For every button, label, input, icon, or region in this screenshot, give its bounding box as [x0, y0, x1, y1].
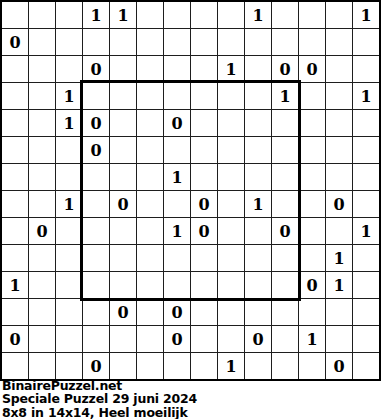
cell-r8c5[interactable]	[137, 218, 163, 244]
cell-r3c4[interactable]	[110, 83, 136, 109]
cell-r13c13[interactable]	[353, 353, 379, 379]
cell-r12c6: 0	[164, 326, 190, 352]
cell-r2c5[interactable]	[137, 56, 163, 82]
cell-r7c11[interactable]	[299, 191, 325, 217]
cell-r13c4[interactable]	[110, 353, 136, 379]
cell-r6c10[interactable]	[272, 164, 298, 190]
cell-r8c1: 0	[29, 218, 55, 244]
cell-r8c9[interactable]	[245, 218, 271, 244]
cell-r5c9[interactable]	[245, 137, 271, 163]
cell-r13c12: 0	[326, 353, 352, 379]
cell-r12c13[interactable]	[353, 326, 379, 352]
cell-r4c3: 0	[83, 110, 109, 136]
cell-r4c8[interactable]	[218, 110, 244, 136]
cell-r9c1[interactable]	[29, 245, 55, 271]
cell-r5c1[interactable]	[29, 137, 55, 163]
cell-r10c8[interactable]	[218, 272, 244, 298]
cell-r3c2: 1	[56, 83, 82, 109]
cell-r5c2[interactable]	[56, 137, 82, 163]
cell-r6c11[interactable]	[299, 164, 325, 190]
board-area: 1111001001111000110010010011101000001010	[0, 0, 381, 381]
cell-r3c12[interactable]	[326, 83, 352, 109]
cell-r9c12: 1	[326, 245, 352, 271]
cell-r11c3[interactable]	[83, 299, 109, 325]
cell-r8c3[interactable]	[83, 218, 109, 244]
cell-r5c11[interactable]	[299, 137, 325, 163]
cell-r0c9: 1	[245, 2, 271, 28]
cell-r3c6[interactable]	[164, 83, 190, 109]
cell-r8c2[interactable]	[56, 218, 82, 244]
cell-r0c1[interactable]	[29, 2, 55, 28]
cell-r11c6: 0	[164, 299, 190, 325]
cell-r1c10[interactable]	[272, 29, 298, 55]
cell-r9c7[interactable]	[191, 245, 217, 271]
cell-r13c7[interactable]	[191, 353, 217, 379]
footer: BinairePuzzel.net Speciale Puzzel 29 jun…	[2, 379, 379, 419]
cell-r5c8[interactable]	[218, 137, 244, 163]
cell-r0c13: 1	[353, 2, 379, 28]
cell-r12c5[interactable]	[137, 326, 163, 352]
cell-r12c3[interactable]	[83, 326, 109, 352]
cell-r11c12[interactable]	[326, 299, 352, 325]
cell-r4c13[interactable]	[353, 110, 379, 136]
puzzle-grid: 1111001001111000110010010011101000001010	[0, 0, 381, 381]
cell-r2c0[interactable]	[2, 56, 28, 82]
cell-r6c0[interactable]	[2, 164, 28, 190]
cell-r5c13[interactable]	[353, 137, 379, 163]
cell-r12c9: 0	[245, 326, 271, 352]
cell-r9c0[interactable]	[2, 245, 28, 271]
cell-r6c1[interactable]	[29, 164, 55, 190]
cell-r7c5[interactable]	[137, 191, 163, 217]
cell-r12c12[interactable]	[326, 326, 352, 352]
site-name: BinairePuzzel.net	[2, 379, 379, 392]
cell-r3c5[interactable]	[137, 83, 163, 109]
cell-r1c9[interactable]	[245, 29, 271, 55]
cell-r8c4[interactable]	[110, 218, 136, 244]
cell-r9c11[interactable]	[299, 245, 325, 271]
cell-r1c6[interactable]	[164, 29, 190, 55]
cell-r4c12[interactable]	[326, 110, 352, 136]
cell-r4c6: 0	[164, 110, 190, 136]
cell-r2c11: 0	[299, 56, 325, 82]
cell-r2c7[interactable]	[191, 56, 217, 82]
cell-r7c12: 0	[326, 191, 352, 217]
cell-r4c4[interactable]	[110, 110, 136, 136]
cell-r13c0[interactable]	[2, 353, 28, 379]
cell-r6c4[interactable]	[110, 164, 136, 190]
cell-r2c9[interactable]	[245, 56, 271, 82]
cell-r8c6: 1	[164, 218, 190, 244]
cell-r2c10: 0	[272, 56, 298, 82]
cell-r2c12[interactable]	[326, 56, 352, 82]
cell-r9c13[interactable]	[353, 245, 379, 271]
cell-r12c7[interactable]	[191, 326, 217, 352]
cell-r13c8: 1	[218, 353, 244, 379]
cell-r12c10[interactable]	[272, 326, 298, 352]
cell-r1c1[interactable]	[29, 29, 55, 55]
cell-r6c12[interactable]	[326, 164, 352, 190]
cell-r8c7: 0	[191, 218, 217, 244]
cell-r10c1[interactable]	[29, 272, 55, 298]
cell-r1c11[interactable]	[299, 29, 325, 55]
cell-r10c11: 0	[299, 272, 325, 298]
cell-r1c4[interactable]	[110, 29, 136, 55]
cell-r5c0[interactable]	[2, 137, 28, 163]
cell-r5c4[interactable]	[110, 137, 136, 163]
puzzle-subtitle: 8x8 in 14x14, Heel moeilijk	[2, 406, 379, 419]
cell-r12c4[interactable]	[110, 326, 136, 352]
cell-r6c3[interactable]	[83, 164, 109, 190]
cell-r7c3[interactable]	[83, 191, 109, 217]
cell-r4c0[interactable]	[2, 110, 28, 136]
cell-r9c6[interactable]	[164, 245, 190, 271]
cell-r6c6: 1	[164, 164, 190, 190]
cell-r0c5[interactable]	[137, 2, 163, 28]
cell-r5c5[interactable]	[137, 137, 163, 163]
cell-r5c10[interactable]	[272, 137, 298, 163]
cell-r7c9: 1	[245, 191, 271, 217]
cell-r2c2[interactable]	[56, 56, 82, 82]
cell-r1c8[interactable]	[218, 29, 244, 55]
cell-r2c13[interactable]	[353, 56, 379, 82]
cell-r8c13: 1	[353, 218, 379, 244]
cell-r8c11[interactable]	[299, 218, 325, 244]
cell-r3c7[interactable]	[191, 83, 217, 109]
cell-r11c5[interactable]	[137, 299, 163, 325]
cell-r10c4[interactable]	[110, 272, 136, 298]
cell-r3c8[interactable]	[218, 83, 244, 109]
cell-r3c0[interactable]	[2, 83, 28, 109]
cell-r9c2[interactable]	[56, 245, 82, 271]
cell-r13c6[interactable]	[164, 353, 190, 379]
cell-r11c10[interactable]	[272, 299, 298, 325]
cell-r10c2[interactable]	[56, 272, 82, 298]
cell-r12c1[interactable]	[29, 326, 55, 352]
cell-r11c0[interactable]	[2, 299, 28, 325]
cell-r12c2[interactable]	[56, 326, 82, 352]
cell-r13c2[interactable]	[56, 353, 82, 379]
cell-r4c5[interactable]	[137, 110, 163, 136]
cell-r5c12[interactable]	[326, 137, 352, 163]
cell-r9c3[interactable]	[83, 245, 109, 271]
cell-r3c9[interactable]	[245, 83, 271, 109]
cell-r8c12[interactable]	[326, 218, 352, 244]
cell-r4c2: 1	[56, 110, 82, 136]
cell-r2c8: 1	[218, 56, 244, 82]
cell-r3c3[interactable]	[83, 83, 109, 109]
cell-r6c13[interactable]	[353, 164, 379, 190]
cell-r6c5[interactable]	[137, 164, 163, 190]
cell-r6c8[interactable]	[218, 164, 244, 190]
cell-r0c10[interactable]	[272, 2, 298, 28]
cell-r2c6[interactable]	[164, 56, 190, 82]
cell-r9c9[interactable]	[245, 245, 271, 271]
cell-r11c7[interactable]	[191, 299, 217, 325]
cell-r6c9[interactable]	[245, 164, 271, 190]
cell-r7c8[interactable]	[218, 191, 244, 217]
cell-r10c13[interactable]	[353, 272, 379, 298]
cell-r1c3[interactable]	[83, 29, 109, 55]
cell-r0c7[interactable]	[191, 2, 217, 28]
cell-r2c3: 0	[83, 56, 109, 82]
cell-r2c4[interactable]	[110, 56, 136, 82]
cell-r11c11[interactable]	[299, 299, 325, 325]
cell-r13c1[interactable]	[29, 353, 55, 379]
cell-r5c3: 0	[83, 137, 109, 163]
cell-r10c9[interactable]	[245, 272, 271, 298]
cell-r12c0: 0	[2, 326, 28, 352]
cell-r1c5[interactable]	[137, 29, 163, 55]
cell-r4c1[interactable]	[29, 110, 55, 136]
cell-r11c4: 0	[110, 299, 136, 325]
cell-r7c13[interactable]	[353, 191, 379, 217]
cell-r10c5[interactable]	[137, 272, 163, 298]
cell-r5c6[interactable]	[164, 137, 190, 163]
puzzle-title: Speciale Puzzel 29 juni 2024	[2, 392, 379, 405]
cell-r2c1[interactable]	[29, 56, 55, 82]
cell-r1c7[interactable]	[191, 29, 217, 55]
cell-r9c10[interactable]	[272, 245, 298, 271]
cell-r8c0[interactable]	[2, 218, 28, 244]
cell-r13c9[interactable]	[245, 353, 271, 379]
cell-r10c3[interactable]	[83, 272, 109, 298]
cell-r8c10: 0	[272, 218, 298, 244]
cell-r11c2[interactable]	[56, 299, 82, 325]
cell-r0c11[interactable]	[299, 2, 325, 28]
cell-r12c11: 1	[299, 326, 325, 352]
cell-r12c8[interactable]	[218, 326, 244, 352]
cell-r9c4[interactable]	[110, 245, 136, 271]
cell-r11c9[interactable]	[245, 299, 271, 325]
cell-r10c6[interactable]	[164, 272, 190, 298]
cell-r6c2[interactable]	[56, 164, 82, 190]
cell-r8c8[interactable]	[218, 218, 244, 244]
cell-r0c12[interactable]	[326, 2, 352, 28]
cell-r0c0[interactable]	[2, 2, 28, 28]
cell-r10c10[interactable]	[272, 272, 298, 298]
cell-r7c4: 0	[110, 191, 136, 217]
cell-r13c5[interactable]	[137, 353, 163, 379]
cell-r6c7[interactable]	[191, 164, 217, 190]
cell-r13c10[interactable]	[272, 353, 298, 379]
cell-r11c1[interactable]	[29, 299, 55, 325]
cell-r1c12[interactable]	[326, 29, 352, 55]
cell-r3c11[interactable]	[299, 83, 325, 109]
cell-r4c11[interactable]	[299, 110, 325, 136]
cell-r7c2: 1	[56, 191, 82, 217]
cell-r7c1[interactable]	[29, 191, 55, 217]
cell-r7c6[interactable]	[164, 191, 190, 217]
cell-r9c5[interactable]	[137, 245, 163, 271]
cell-r10c12: 1	[326, 272, 352, 298]
cell-r11c13[interactable]	[353, 299, 379, 325]
cell-r4c10[interactable]	[272, 110, 298, 136]
cell-r11c8[interactable]	[218, 299, 244, 325]
cell-r0c3: 1	[83, 2, 109, 28]
cell-r1c2[interactable]	[56, 29, 82, 55]
cell-r13c3: 0	[83, 353, 109, 379]
cell-r10c0: 1	[2, 272, 28, 298]
cell-r0c8[interactable]	[218, 2, 244, 28]
cell-r7c10[interactable]	[272, 191, 298, 217]
cell-r9c8[interactable]	[218, 245, 244, 271]
cell-r3c1[interactable]	[29, 83, 55, 109]
cell-r0c4: 1	[110, 2, 136, 28]
cell-r10c7[interactable]	[191, 272, 217, 298]
cell-r13c11[interactable]	[299, 353, 325, 379]
cell-r0c2[interactable]	[56, 2, 82, 28]
cell-r7c7: 0	[191, 191, 217, 217]
cell-r7c0[interactable]	[2, 191, 28, 217]
puzzle-page: 1111001001111000110010010011101000001010…	[0, 0, 381, 419]
cell-r1c13[interactable]	[353, 29, 379, 55]
cell-r4c9[interactable]	[245, 110, 271, 136]
cell-r5c7[interactable]	[191, 137, 217, 163]
cell-r4c7[interactable]	[191, 110, 217, 136]
cell-r0c6[interactable]	[164, 2, 190, 28]
cell-r1c0: 0	[2, 29, 28, 55]
cell-r3c10: 1	[272, 83, 298, 109]
cell-r3c13: 1	[353, 83, 379, 109]
